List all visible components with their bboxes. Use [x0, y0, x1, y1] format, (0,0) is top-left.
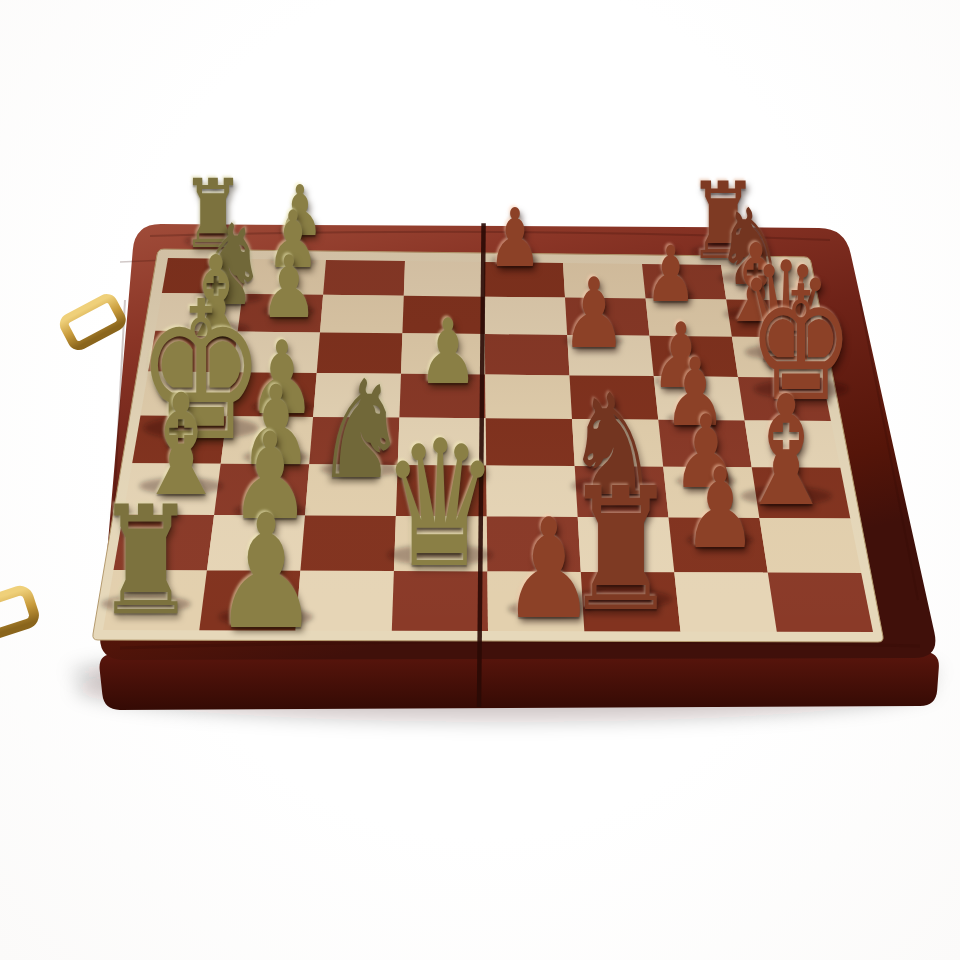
brass-handle-upper — [62, 296, 124, 348]
chess-set-product-photo: ♟♜♜♟♟♞♟♞♟♝♝♟♛♟♟♚♟♟♚♟♞♟♝♞♝♟♟♛♜♜♟♟ — [0, 0, 960, 960]
chess-board — [0, 0, 960, 960]
brass-handle-lower — [0, 589, 36, 642]
